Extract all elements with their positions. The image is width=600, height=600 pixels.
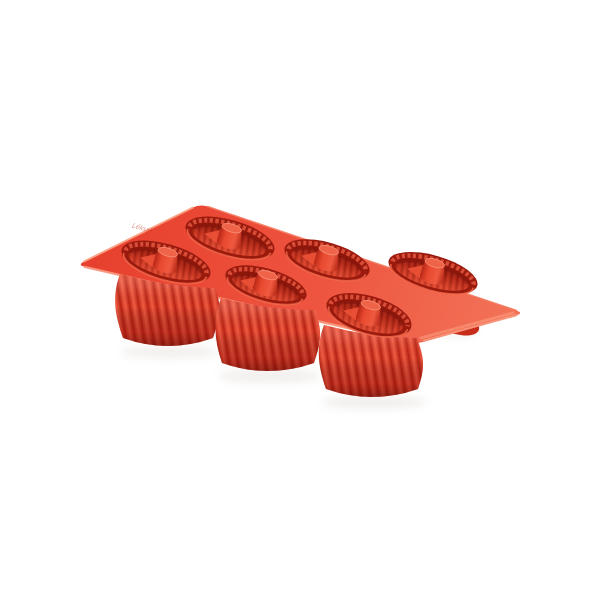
silicone-mould-illustration: Lékué xyxy=(0,0,600,600)
cup-shadow xyxy=(322,395,426,409)
cup-shadow xyxy=(120,346,220,358)
product-photo: Lékué xyxy=(0,0,600,600)
cup-shadow xyxy=(218,369,322,383)
